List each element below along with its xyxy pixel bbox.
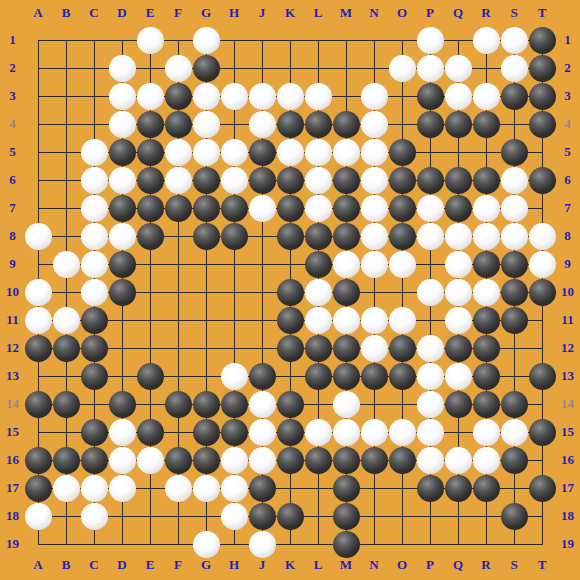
intersection-R18[interactable]	[472, 502, 500, 530]
white-stone[interactable]	[305, 167, 332, 194]
black-stone[interactable]	[361, 447, 388, 474]
black-stone[interactable]	[333, 335, 360, 362]
intersection-S3[interactable]	[500, 82, 528, 110]
intersection-L4[interactable]	[304, 110, 332, 138]
white-stone[interactable]	[333, 391, 360, 418]
black-stone[interactable]	[249, 475, 276, 502]
white-stone[interactable]	[361, 335, 388, 362]
intersection-M4[interactable]	[332, 110, 360, 138]
white-stone[interactable]	[305, 419, 332, 446]
intersection-P2[interactable]	[416, 54, 444, 82]
intersection-C5[interactable]	[80, 138, 108, 166]
intersection-G10[interactable]	[192, 278, 220, 306]
intersection-D14[interactable]	[108, 390, 136, 418]
black-stone[interactable]	[81, 419, 108, 446]
black-stone[interactable]	[445, 111, 472, 138]
intersection-J10[interactable]	[248, 278, 276, 306]
intersection-S8[interactable]	[500, 222, 528, 250]
intersection-Q12[interactable]	[444, 334, 472, 362]
intersection-D11[interactable]	[108, 306, 136, 334]
intersection-O18[interactable]	[388, 502, 416, 530]
white-stone[interactable]	[305, 307, 332, 334]
intersection-S11[interactable]	[500, 306, 528, 334]
intersection-P6[interactable]	[416, 166, 444, 194]
white-stone[interactable]	[277, 139, 304, 166]
intersection-Q14[interactable]	[444, 390, 472, 418]
intersection-C15[interactable]	[80, 418, 108, 446]
black-stone[interactable]	[193, 223, 220, 250]
intersection-Q16[interactable]	[444, 446, 472, 474]
intersection-P3[interactable]	[416, 82, 444, 110]
intersection-D12[interactable]	[108, 334, 136, 362]
intersection-K12[interactable]	[276, 334, 304, 362]
intersection-E8[interactable]	[136, 222, 164, 250]
intersection-C7[interactable]	[80, 194, 108, 222]
intersection-E16[interactable]	[136, 446, 164, 474]
intersection-H6[interactable]	[220, 166, 248, 194]
intersection-L18[interactable]	[304, 502, 332, 530]
intersection-H9[interactable]	[220, 250, 248, 278]
black-stone[interactable]	[501, 279, 528, 306]
black-stone[interactable]	[529, 83, 556, 110]
black-stone[interactable]	[473, 307, 500, 334]
intersection-F6[interactable]	[164, 166, 192, 194]
black-stone[interactable]	[193, 419, 220, 446]
white-stone[interactable]	[473, 447, 500, 474]
intersection-B19[interactable]	[52, 530, 80, 558]
black-stone[interactable]	[501, 83, 528, 110]
intersection-O15[interactable]	[388, 418, 416, 446]
black-stone[interactable]	[165, 195, 192, 222]
black-stone[interactable]	[389, 139, 416, 166]
white-stone[interactable]	[53, 307, 80, 334]
intersection-T3[interactable]	[528, 82, 556, 110]
intersection-L2[interactable]	[304, 54, 332, 82]
intersection-L10[interactable]	[304, 278, 332, 306]
intersection-C9[interactable]	[80, 250, 108, 278]
black-stone[interactable]	[277, 503, 304, 530]
intersection-E13[interactable]	[136, 362, 164, 390]
white-stone[interactable]	[137, 447, 164, 474]
intersection-C4[interactable]	[80, 110, 108, 138]
intersection-C2[interactable]	[80, 54, 108, 82]
intersection-C12[interactable]	[80, 334, 108, 362]
black-stone[interactable]	[305, 447, 332, 474]
black-stone[interactable]	[305, 111, 332, 138]
black-stone[interactable]	[529, 475, 556, 502]
intersection-H14[interactable]	[220, 390, 248, 418]
white-stone[interactable]	[445, 307, 472, 334]
black-stone[interactable]	[305, 363, 332, 390]
black-stone[interactable]	[277, 335, 304, 362]
black-stone[interactable]	[277, 279, 304, 306]
intersection-L13[interactable]	[304, 362, 332, 390]
black-stone[interactable]	[389, 363, 416, 390]
black-stone[interactable]	[277, 195, 304, 222]
intersection-D8[interactable]	[108, 222, 136, 250]
black-stone[interactable]	[165, 391, 192, 418]
intersection-N1[interactable]	[360, 26, 388, 54]
intersection-D17[interactable]	[108, 474, 136, 502]
white-stone[interactable]	[109, 55, 136, 82]
intersection-Q17[interactable]	[444, 474, 472, 502]
black-stone[interactable]	[445, 335, 472, 362]
intersection-F15[interactable]	[164, 418, 192, 446]
intersection-M10[interactable]	[332, 278, 360, 306]
intersection-F2[interactable]	[164, 54, 192, 82]
white-stone[interactable]	[109, 223, 136, 250]
white-stone[interactable]	[417, 55, 444, 82]
white-stone[interactable]	[333, 307, 360, 334]
white-stone[interactable]	[389, 55, 416, 82]
intersection-D6[interactable]	[108, 166, 136, 194]
intersection-Q13[interactable]	[444, 362, 472, 390]
intersection-S5[interactable]	[500, 138, 528, 166]
black-stone[interactable]	[473, 475, 500, 502]
intersection-S18[interactable]	[500, 502, 528, 530]
intersection-D9[interactable]	[108, 250, 136, 278]
intersection-K11[interactable]	[276, 306, 304, 334]
intersection-K7[interactable]	[276, 194, 304, 222]
black-stone[interactable]	[501, 391, 528, 418]
white-stone[interactable]	[221, 447, 248, 474]
white-stone[interactable]	[473, 83, 500, 110]
white-stone[interactable]	[53, 251, 80, 278]
black-stone[interactable]	[445, 391, 472, 418]
intersection-G1[interactable]	[192, 26, 220, 54]
intersection-Q6[interactable]	[444, 166, 472, 194]
white-stone[interactable]	[81, 279, 108, 306]
intersection-D2[interactable]	[108, 54, 136, 82]
intersection-S12[interactable]	[500, 334, 528, 362]
black-stone[interactable]	[417, 111, 444, 138]
intersection-N13[interactable]	[360, 362, 388, 390]
intersection-G16[interactable]	[192, 446, 220, 474]
intersection-H19[interactable]	[220, 530, 248, 558]
black-stone[interactable]	[137, 419, 164, 446]
intersection-Q4[interactable]	[444, 110, 472, 138]
intersection-P16[interactable]	[416, 446, 444, 474]
white-stone[interactable]	[109, 447, 136, 474]
white-stone[interactable]	[333, 419, 360, 446]
white-stone[interactable]	[445, 447, 472, 474]
intersection-S6[interactable]	[500, 166, 528, 194]
white-stone[interactable]	[445, 223, 472, 250]
intersection-H13[interactable]	[220, 362, 248, 390]
intersection-L8[interactable]	[304, 222, 332, 250]
intersection-T4[interactable]	[528, 110, 556, 138]
black-stone[interactable]	[193, 55, 220, 82]
white-stone[interactable]	[501, 27, 528, 54]
black-stone[interactable]	[81, 447, 108, 474]
intersection-A19[interactable]	[24, 530, 52, 558]
intersection-D5[interactable]	[108, 138, 136, 166]
intersection-G8[interactable]	[192, 222, 220, 250]
intersection-E2[interactable]	[136, 54, 164, 82]
intersection-C6[interactable]	[80, 166, 108, 194]
intersection-L17[interactable]	[304, 474, 332, 502]
intersection-F3[interactable]	[164, 82, 192, 110]
black-stone[interactable]	[305, 335, 332, 362]
intersection-H7[interactable]	[220, 194, 248, 222]
intersection-F18[interactable]	[164, 502, 192, 530]
intersection-L1[interactable]	[304, 26, 332, 54]
black-stone[interactable]	[333, 447, 360, 474]
intersection-A11[interactable]	[24, 306, 52, 334]
intersection-T12[interactable]	[528, 334, 556, 362]
intersection-T16[interactable]	[528, 446, 556, 474]
intersection-J5[interactable]	[248, 138, 276, 166]
intersection-E1[interactable]	[136, 26, 164, 54]
intersection-G2[interactable]	[192, 54, 220, 82]
intersection-B2[interactable]	[52, 54, 80, 82]
intersection-O19[interactable]	[388, 530, 416, 558]
intersection-J18[interactable]	[248, 502, 276, 530]
white-stone[interactable]	[501, 167, 528, 194]
black-stone[interactable]	[109, 279, 136, 306]
intersection-T17[interactable]	[528, 474, 556, 502]
black-stone[interactable]	[333, 531, 360, 558]
intersection-P11[interactable]	[416, 306, 444, 334]
intersection-B14[interactable]	[52, 390, 80, 418]
intersection-G5[interactable]	[192, 138, 220, 166]
intersection-L15[interactable]	[304, 418, 332, 446]
intersection-P19[interactable]	[416, 530, 444, 558]
intersection-S1[interactable]	[500, 26, 528, 54]
intersection-N17[interactable]	[360, 474, 388, 502]
intersection-J13[interactable]	[248, 362, 276, 390]
black-stone[interactable]	[249, 503, 276, 530]
intersection-M1[interactable]	[332, 26, 360, 54]
white-stone[interactable]	[221, 167, 248, 194]
white-stone[interactable]	[361, 83, 388, 110]
intersection-K16[interactable]	[276, 446, 304, 474]
black-stone[interactable]	[417, 167, 444, 194]
intersection-O4[interactable]	[388, 110, 416, 138]
intersection-C1[interactable]	[80, 26, 108, 54]
intersection-B18[interactable]	[52, 502, 80, 530]
white-stone[interactable]	[221, 83, 248, 110]
black-stone[interactable]	[165, 447, 192, 474]
intersection-Q10[interactable]	[444, 278, 472, 306]
black-stone[interactable]	[109, 195, 136, 222]
intersection-M19[interactable]	[332, 530, 360, 558]
intersection-D15[interactable]	[108, 418, 136, 446]
intersection-C16[interactable]	[80, 446, 108, 474]
white-stone[interactable]	[109, 83, 136, 110]
intersection-A14[interactable]	[24, 390, 52, 418]
intersection-K4[interactable]	[276, 110, 304, 138]
white-stone[interactable]	[417, 195, 444, 222]
black-stone[interactable]	[529, 111, 556, 138]
intersection-J11[interactable]	[248, 306, 276, 334]
intersection-F16[interactable]	[164, 446, 192, 474]
intersection-Q18[interactable]	[444, 502, 472, 530]
black-stone[interactable]	[333, 195, 360, 222]
intersection-A4[interactable]	[24, 110, 52, 138]
black-stone[interactable]	[417, 83, 444, 110]
black-stone[interactable]	[81, 363, 108, 390]
intersection-D3[interactable]	[108, 82, 136, 110]
black-stone[interactable]	[249, 167, 276, 194]
white-stone[interactable]	[473, 223, 500, 250]
intersection-N19[interactable]	[360, 530, 388, 558]
intersection-E17[interactable]	[136, 474, 164, 502]
intersection-S10[interactable]	[500, 278, 528, 306]
black-stone[interactable]	[25, 447, 52, 474]
intersection-F5[interactable]	[164, 138, 192, 166]
intersection-K5[interactable]	[276, 138, 304, 166]
black-stone[interactable]	[473, 363, 500, 390]
intersection-G19[interactable]	[192, 530, 220, 558]
black-stone[interactable]	[361, 363, 388, 390]
intersection-R12[interactable]	[472, 334, 500, 362]
white-stone[interactable]	[445, 55, 472, 82]
intersection-R16[interactable]	[472, 446, 500, 474]
intersection-A7[interactable]	[24, 194, 52, 222]
intersection-H12[interactable]	[220, 334, 248, 362]
intersection-R6[interactable]	[472, 166, 500, 194]
intersection-P1[interactable]	[416, 26, 444, 54]
intersection-R9[interactable]	[472, 250, 500, 278]
white-stone[interactable]	[361, 307, 388, 334]
intersection-H5[interactable]	[220, 138, 248, 166]
intersection-C11[interactable]	[80, 306, 108, 334]
intersection-F11[interactable]	[164, 306, 192, 334]
black-stone[interactable]	[305, 251, 332, 278]
intersection-E3[interactable]	[136, 82, 164, 110]
intersection-P9[interactable]	[416, 250, 444, 278]
intersection-O1[interactable]	[388, 26, 416, 54]
intersection-O9[interactable]	[388, 250, 416, 278]
intersection-D13[interactable]	[108, 362, 136, 390]
intersection-N14[interactable]	[360, 390, 388, 418]
intersection-B4[interactable]	[52, 110, 80, 138]
intersection-M8[interactable]	[332, 222, 360, 250]
white-stone[interactable]	[501, 419, 528, 446]
intersection-G17[interactable]	[192, 474, 220, 502]
white-stone[interactable]	[81, 251, 108, 278]
intersection-J7[interactable]	[248, 194, 276, 222]
intersection-A9[interactable]	[24, 250, 52, 278]
white-stone[interactable]	[193, 27, 220, 54]
black-stone[interactable]	[445, 475, 472, 502]
intersection-Q7[interactable]	[444, 194, 472, 222]
intersection-P7[interactable]	[416, 194, 444, 222]
black-stone[interactable]	[501, 139, 528, 166]
white-stone[interactable]	[305, 195, 332, 222]
intersection-E4[interactable]	[136, 110, 164, 138]
intersection-J2[interactable]	[248, 54, 276, 82]
white-stone[interactable]	[389, 419, 416, 446]
intersection-Q11[interactable]	[444, 306, 472, 334]
intersection-B7[interactable]	[52, 194, 80, 222]
white-stone[interactable]	[165, 139, 192, 166]
black-stone[interactable]	[529, 363, 556, 390]
black-stone[interactable]	[445, 167, 472, 194]
intersection-H11[interactable]	[220, 306, 248, 334]
black-stone[interactable]	[249, 363, 276, 390]
white-stone[interactable]	[193, 531, 220, 558]
intersection-H10[interactable]	[220, 278, 248, 306]
intersection-C13[interactable]	[80, 362, 108, 390]
intersection-G9[interactable]	[192, 250, 220, 278]
intersection-E12[interactable]	[136, 334, 164, 362]
intersection-D4[interactable]	[108, 110, 136, 138]
intersection-O5[interactable]	[388, 138, 416, 166]
intersection-D10[interactable]	[108, 278, 136, 306]
black-stone[interactable]	[277, 307, 304, 334]
white-stone[interactable]	[417, 447, 444, 474]
intersection-A6[interactable]	[24, 166, 52, 194]
white-stone[interactable]	[333, 139, 360, 166]
black-stone[interactable]	[165, 111, 192, 138]
white-stone[interactable]	[501, 195, 528, 222]
black-stone[interactable]	[389, 335, 416, 362]
intersection-L7[interactable]	[304, 194, 332, 222]
black-stone[interactable]	[277, 111, 304, 138]
intersection-E15[interactable]	[136, 418, 164, 446]
intersection-C18[interactable]	[80, 502, 108, 530]
intersection-N12[interactable]	[360, 334, 388, 362]
white-stone[interactable]	[361, 195, 388, 222]
intersection-B9[interactable]	[52, 250, 80, 278]
intersection-H18[interactable]	[220, 502, 248, 530]
black-stone[interactable]	[25, 335, 52, 362]
black-stone[interactable]	[501, 503, 528, 530]
intersection-B13[interactable]	[52, 362, 80, 390]
intersection-M3[interactable]	[332, 82, 360, 110]
intersection-N10[interactable]	[360, 278, 388, 306]
white-stone[interactable]	[221, 139, 248, 166]
intersection-G15[interactable]	[192, 418, 220, 446]
intersection-G6[interactable]	[192, 166, 220, 194]
black-stone[interactable]	[389, 195, 416, 222]
intersection-P5[interactable]	[416, 138, 444, 166]
intersection-R10[interactable]	[472, 278, 500, 306]
intersection-G18[interactable]	[192, 502, 220, 530]
intersection-K9[interactable]	[276, 250, 304, 278]
intersection-S13[interactable]	[500, 362, 528, 390]
intersection-S17[interactable]	[500, 474, 528, 502]
black-stone[interactable]	[109, 251, 136, 278]
black-stone[interactable]	[53, 447, 80, 474]
white-stone[interactable]	[417, 419, 444, 446]
intersection-M17[interactable]	[332, 474, 360, 502]
intersection-A2[interactable]	[24, 54, 52, 82]
black-stone[interactable]	[333, 503, 360, 530]
intersection-A12[interactable]	[24, 334, 52, 362]
white-stone[interactable]	[81, 139, 108, 166]
black-stone[interactable]	[277, 223, 304, 250]
white-stone[interactable]	[445, 279, 472, 306]
intersection-A13[interactable]	[24, 362, 52, 390]
intersection-L19[interactable]	[304, 530, 332, 558]
intersection-L3[interactable]	[304, 82, 332, 110]
white-stone[interactable]	[221, 475, 248, 502]
intersection-M12[interactable]	[332, 334, 360, 362]
black-stone[interactable]	[165, 83, 192, 110]
white-stone[interactable]	[193, 83, 220, 110]
intersection-K17[interactable]	[276, 474, 304, 502]
black-stone[interactable]	[81, 335, 108, 362]
intersection-M13[interactable]	[332, 362, 360, 390]
intersection-F13[interactable]	[164, 362, 192, 390]
intersection-B3[interactable]	[52, 82, 80, 110]
intersection-R2[interactable]	[472, 54, 500, 82]
white-stone[interactable]	[389, 251, 416, 278]
black-stone[interactable]	[193, 391, 220, 418]
